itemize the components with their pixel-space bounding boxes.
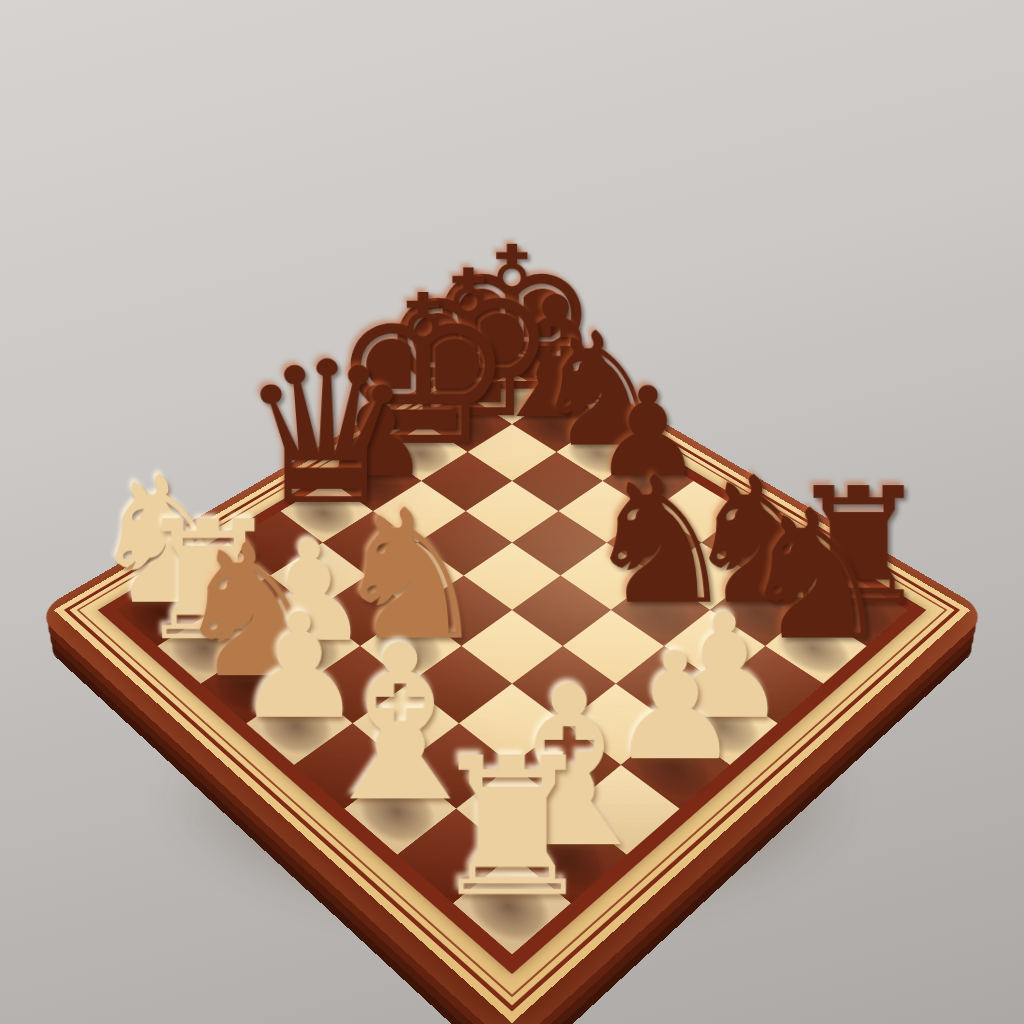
chess-board-grid: ♚♝♞♟♜♚♞♞♚♞♟♟♛♟♞♟♝♞♜♞♟♝♜ <box>116 372 908 955</box>
white-rook-h1[interactable]: ♜ <box>310 755 715 903</box>
chess-board: ♚♝♞♟♜♚♞♞♚♞♟♟♛♟♞♟♝♞♜♞♟♝♜ <box>116 372 908 955</box>
photo-stage: ♚♝♞♟♜♚♞♞♚♞♟♟♛♟♞♟♝♞♜♞♟♝♜ <box>0 0 1024 1024</box>
scene-3d: ♚♝♞♟♜♚♞♞♚♞♟♟♛♟♞♟♝♞♜♞♟♝♜ <box>0 0 1024 1024</box>
